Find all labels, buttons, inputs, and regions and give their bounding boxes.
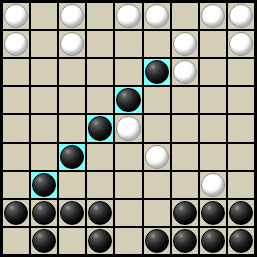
board-cell[interactable] xyxy=(3,31,29,57)
board-cell[interactable] xyxy=(3,115,29,141)
board-cell[interactable] xyxy=(144,87,170,113)
board-cell[interactable] xyxy=(115,115,141,141)
board-cell[interactable] xyxy=(228,59,254,85)
board-cell[interactable] xyxy=(59,172,85,198)
white-stone[interactable] xyxy=(60,4,84,28)
board-cell[interactable] xyxy=(144,31,170,57)
black-stone[interactable] xyxy=(145,60,169,84)
black-stone[interactable] xyxy=(201,229,225,253)
white-stone[interactable] xyxy=(229,32,253,56)
board-cell[interactable] xyxy=(59,59,85,85)
board-cell[interactable] xyxy=(144,172,170,198)
board-cell[interactable] xyxy=(144,228,170,254)
board-cell[interactable] xyxy=(59,3,85,29)
board-cell[interactable] xyxy=(87,87,113,113)
black-stone[interactable] xyxy=(32,229,56,253)
board-cell[interactable] xyxy=(59,87,85,113)
black-stone[interactable] xyxy=(60,145,84,169)
board-cell[interactable] xyxy=(31,87,57,113)
board-cell[interactable] xyxy=(59,31,85,57)
board-cell-highlighted[interactable] xyxy=(115,87,141,113)
board-cell[interactable] xyxy=(31,144,57,170)
black-stone[interactable] xyxy=(88,201,112,225)
white-stone[interactable] xyxy=(173,32,197,56)
black-stone[interactable] xyxy=(229,229,253,253)
board-cell[interactable] xyxy=(3,200,29,226)
board-grid xyxy=(3,3,254,254)
white-stone[interactable] xyxy=(116,4,140,28)
board-cell[interactable] xyxy=(200,59,226,85)
black-stone[interactable] xyxy=(116,88,140,112)
board-cell[interactable] xyxy=(172,144,198,170)
board-cell[interactable] xyxy=(115,3,141,29)
board-cell[interactable] xyxy=(144,115,170,141)
board-cell[interactable] xyxy=(87,144,113,170)
black-stone[interactable] xyxy=(229,201,253,225)
black-stone[interactable] xyxy=(32,201,56,225)
board-cell[interactable] xyxy=(87,172,113,198)
board-cell[interactable] xyxy=(172,87,198,113)
black-stone[interactable] xyxy=(32,173,56,197)
board-cell[interactable] xyxy=(172,228,198,254)
black-stone[interactable] xyxy=(145,229,169,253)
white-stone[interactable] xyxy=(201,173,225,197)
black-stone[interactable] xyxy=(88,229,112,253)
board-cell[interactable] xyxy=(172,115,198,141)
board-cell[interactable] xyxy=(31,115,57,141)
white-stone[interactable] xyxy=(229,4,253,28)
board-cell[interactable] xyxy=(87,228,113,254)
board-cell[interactable] xyxy=(87,59,113,85)
board-cell-highlighted[interactable] xyxy=(87,115,113,141)
board-cell[interactable] xyxy=(172,59,198,85)
board-cell[interactable] xyxy=(3,87,29,113)
board-cell[interactable] xyxy=(228,228,254,254)
board-cell-highlighted[interactable] xyxy=(59,144,85,170)
board-cell[interactable] xyxy=(200,31,226,57)
board-cell[interactable] xyxy=(115,59,141,85)
board-cell[interactable] xyxy=(31,228,57,254)
board-cell[interactable] xyxy=(31,200,57,226)
board-cell[interactable] xyxy=(59,200,85,226)
board-cell[interactable] xyxy=(115,172,141,198)
board-cell[interactable] xyxy=(144,200,170,226)
board-cell[interactable] xyxy=(200,172,226,198)
board-cell[interactable] xyxy=(59,228,85,254)
board-cell[interactable] xyxy=(200,228,226,254)
board-cell[interactable] xyxy=(115,144,141,170)
board-cell[interactable] xyxy=(115,200,141,226)
black-stone[interactable] xyxy=(60,201,84,225)
board-cell[interactable] xyxy=(172,31,198,57)
board-cell[interactable] xyxy=(144,3,170,29)
board-cell[interactable] xyxy=(228,200,254,226)
board-cell[interactable] xyxy=(228,31,254,57)
board-cell[interactable] xyxy=(3,228,29,254)
white-stone[interactable] xyxy=(145,145,169,169)
board-cell[interactable] xyxy=(31,59,57,85)
board-cell[interactable] xyxy=(59,115,85,141)
white-stone[interactable] xyxy=(4,4,28,28)
board-cell-highlighted[interactable] xyxy=(31,172,57,198)
board-cell[interactable] xyxy=(87,200,113,226)
board-cell[interactable] xyxy=(87,3,113,29)
white-stone[interactable] xyxy=(60,32,84,56)
board-cell[interactable] xyxy=(228,115,254,141)
black-stone[interactable] xyxy=(201,201,225,225)
black-stone[interactable] xyxy=(173,201,197,225)
board-cell[interactable] xyxy=(3,3,29,29)
board-cell[interactable] xyxy=(200,115,226,141)
board-cell[interactable] xyxy=(228,172,254,198)
board-cell[interactable] xyxy=(228,3,254,29)
board-cell[interactable] xyxy=(31,3,57,29)
board-frame xyxy=(0,0,257,257)
board-cell[interactable] xyxy=(144,144,170,170)
board-cell[interactable] xyxy=(3,172,29,198)
board-cell[interactable] xyxy=(200,200,226,226)
board-cell[interactable] xyxy=(172,3,198,29)
board-cell[interactable] xyxy=(3,144,29,170)
board-cell[interactable] xyxy=(200,144,226,170)
black-stone[interactable] xyxy=(4,201,28,225)
black-stone[interactable] xyxy=(88,116,112,140)
black-stone[interactable] xyxy=(173,229,197,253)
white-stone[interactable] xyxy=(201,4,225,28)
board-cell[interactable] xyxy=(87,31,113,57)
board-cell[interactable] xyxy=(31,31,57,57)
white-stone[interactable] xyxy=(4,32,28,56)
board-cell[interactable] xyxy=(115,228,141,254)
board-cell[interactable] xyxy=(228,144,254,170)
white-stone[interactable] xyxy=(116,116,140,140)
board-cell-highlighted[interactable] xyxy=(144,59,170,85)
white-stone[interactable] xyxy=(173,60,197,84)
board-cell[interactable] xyxy=(228,87,254,113)
board-cell[interactable] xyxy=(115,31,141,57)
board-cell[interactable] xyxy=(172,172,198,198)
board-cell[interactable] xyxy=(200,3,226,29)
white-stone[interactable] xyxy=(145,4,169,28)
board-cell[interactable] xyxy=(3,59,29,85)
board-cell[interactable] xyxy=(172,200,198,226)
board-cell[interactable] xyxy=(200,87,226,113)
